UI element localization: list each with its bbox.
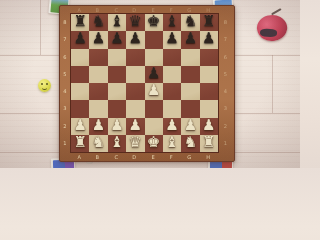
square-f4[interactable]: [163, 83, 181, 100]
piece-black-knight-g8[interactable]: ♞: [184, 14, 197, 29]
piece-white-pawn-b2[interactable]: ♟: [92, 117, 105, 132]
square-a1[interactable]: ♜: [71, 135, 89, 152]
piece-white-bishop-f1[interactable]: ♝: [165, 134, 178, 149]
piece-black-knight-b8[interactable]: ♞: [92, 14, 105, 29]
rank-label-5: 5: [61, 66, 70, 81]
square-g1[interactable]: ♞: [181, 135, 199, 152]
plank-seam: [40, 0, 41, 55]
piece-white-pawn-g2[interactable]: ♟: [184, 117, 197, 132]
piece-black-pawn-a7[interactable]: ♟: [73, 31, 86, 46]
rank-label-8: 8: [61, 14, 70, 29]
square-a6[interactable]: [71, 49, 89, 66]
file-label-b: B: [90, 152, 106, 161]
piece-white-pawn-d2[interactable]: ♟: [129, 117, 142, 132]
red-toy-detail: [260, 29, 277, 38]
rank-label-3: 3: [61, 101, 70, 116]
square-e1[interactable]: ♚: [145, 135, 163, 152]
piece-black-queen-d8[interactable]: ♛: [129, 14, 142, 29]
piece-white-pawn-a2[interactable]: ♟: [73, 117, 86, 132]
rank-label-1: 1: [61, 135, 70, 150]
piece-black-pawn-b7[interactable]: ♟: [92, 31, 105, 46]
square-e8[interactable]: ♚: [145, 14, 163, 31]
file-label-d: D: [127, 152, 143, 161]
piece-white-knight-b1[interactable]: ♞: [92, 134, 105, 149]
square-a4[interactable]: [71, 83, 89, 100]
board-squares: ♜♞♝♛♚♝♞♜♟♟♟♟♟♟♟♟♟♟♟♟♟♟♟♟♜♞♝♛♚♝♞♜: [70, 13, 219, 153]
piece-white-pawn-c2[interactable]: ♟: [110, 117, 123, 132]
piece-white-queen-d1[interactable]: ♛: [129, 134, 142, 149]
square-d1[interactable]: ♛: [126, 135, 144, 152]
piece-black-pawn-f7[interactable]: ♟: [165, 31, 178, 46]
square-b1[interactable]: ♞: [89, 135, 107, 152]
square-h6[interactable]: [200, 49, 218, 66]
file-labels-bottom: ABCDEFGH: [70, 151, 217, 161]
square-e7[interactable]: [145, 31, 163, 48]
piece-black-rook-h8[interactable]: ♜: [202, 14, 215, 29]
square-h4[interactable]: [200, 83, 218, 100]
smiley-mouth: [42, 86, 47, 90]
square-c7[interactable]: ♟: [108, 31, 126, 48]
rank-label-7: 7: [218, 32, 232, 47]
piece-white-pawn-f2[interactable]: ♟: [165, 117, 178, 132]
piece-white-knight-g1[interactable]: ♞: [184, 134, 197, 149]
piece-white-rook-a1[interactable]: ♜: [73, 134, 86, 149]
rank-labels-left: 87654321: [60, 13, 70, 151]
piece-black-bishop-f8[interactable]: ♝: [165, 14, 178, 29]
file-label-e: E: [145, 152, 161, 161]
piece-black-pawn-e5[interactable]: ♟: [147, 65, 160, 80]
square-c1[interactable]: ♝: [108, 135, 126, 152]
square-a7[interactable]: ♟: [71, 31, 89, 48]
rank-label-8: 8: [218, 14, 232, 29]
smiley-eye: [46, 83, 48, 85]
square-b6[interactable]: [89, 49, 107, 66]
piece-black-pawn-g7[interactable]: ♟: [184, 31, 197, 46]
square-f7[interactable]: ♟: [163, 31, 181, 48]
square-a5[interactable]: [71, 66, 89, 83]
piece-white-bishop-c1[interactable]: ♝: [110, 134, 123, 149]
piece-black-pawn-d7[interactable]: ♟: [129, 31, 142, 46]
rank-label-4: 4: [218, 83, 232, 98]
rank-label-6: 6: [218, 49, 232, 64]
square-d6[interactable]: [126, 49, 144, 66]
square-b4[interactable]: [89, 83, 107, 100]
rank-label-3: 3: [218, 101, 232, 116]
square-c6[interactable]: [108, 49, 126, 66]
square-f6[interactable]: [163, 49, 181, 66]
plank-seam: [272, 55, 273, 113]
square-d4[interactable]: [126, 83, 144, 100]
square-c4[interactable]: [108, 83, 126, 100]
piece-black-pawn-c7[interactable]: ♟: [110, 31, 123, 46]
red-toy-body: [255, 12, 290, 44]
rank-label-6: 6: [61, 49, 70, 64]
square-f1[interactable]: ♝: [163, 135, 181, 152]
smiley-ball: [38, 79, 51, 92]
piece-black-rook-a8[interactable]: ♜: [73, 14, 86, 29]
square-f5[interactable]: [163, 66, 181, 83]
square-c5[interactable]: [108, 66, 126, 83]
rank-label-2: 2: [61, 118, 70, 133]
file-label-h: H: [200, 152, 216, 161]
piece-white-pawn-h2[interactable]: ♟: [202, 117, 215, 132]
rank-label-2: 2: [218, 118, 232, 133]
square-h1[interactable]: ♜: [200, 135, 218, 152]
file-label-g: G: [182, 152, 198, 161]
file-label-c: C: [108, 152, 124, 161]
file-label-f: F: [163, 152, 179, 161]
square-g4[interactable]: [181, 83, 199, 100]
piece-white-pawn-e4[interactable]: ♟: [147, 83, 160, 98]
rank-label-5: 5: [218, 66, 232, 81]
square-g6[interactable]: [181, 49, 199, 66]
rank-label-7: 7: [61, 32, 70, 47]
smiley-eye: [41, 83, 43, 85]
piece-white-rook-h1[interactable]: ♜: [202, 134, 215, 149]
piece-white-king-e1[interactable]: ♚: [147, 134, 160, 149]
rank-label-4: 4: [61, 83, 70, 98]
square-d7[interactable]: ♟: [126, 31, 144, 48]
file-label-a: A: [71, 152, 87, 161]
square-e4[interactable]: ♟: [145, 83, 163, 100]
square-h7[interactable]: ♟: [200, 31, 218, 48]
rank-label-1: 1: [218, 135, 232, 150]
piece-black-pawn-h7[interactable]: ♟: [202, 31, 215, 46]
square-h5[interactable]: [200, 66, 218, 83]
rank-labels-right: 87654321: [217, 13, 234, 151]
piece-black-king-e8[interactable]: ♚: [147, 14, 160, 29]
chess-board: ABCDEFGH 87654321 87654321 ♜♞♝♛♚♝♞♜♟♟♟♟♟…: [59, 5, 235, 162]
square-e3[interactable]: [145, 100, 163, 117]
piece-black-bishop-c8[interactable]: ♝: [110, 14, 123, 29]
square-b7[interactable]: ♟: [89, 31, 107, 48]
square-d5[interactable]: [126, 66, 144, 83]
square-g5[interactable]: [181, 66, 199, 83]
square-g7[interactable]: ♟: [181, 31, 199, 48]
square-b5[interactable]: [89, 66, 107, 83]
